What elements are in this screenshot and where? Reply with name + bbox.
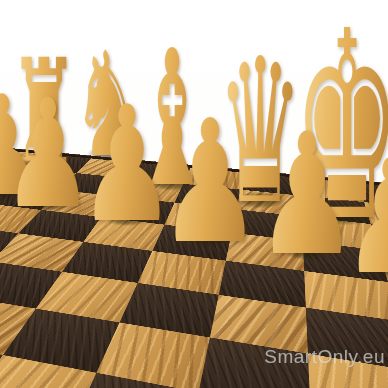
watermark: SmartOnly.eu xyxy=(264,346,385,368)
piece-white-pawn-d2[interactable]: ♟ xyxy=(158,97,262,267)
piece-white-pawn-f2[interactable]: ♟ xyxy=(343,138,388,296)
chess-product-photo: ♞♜♝♟♛♟♚♟♟♟♟ SmartOnly.eu xyxy=(0,0,388,388)
